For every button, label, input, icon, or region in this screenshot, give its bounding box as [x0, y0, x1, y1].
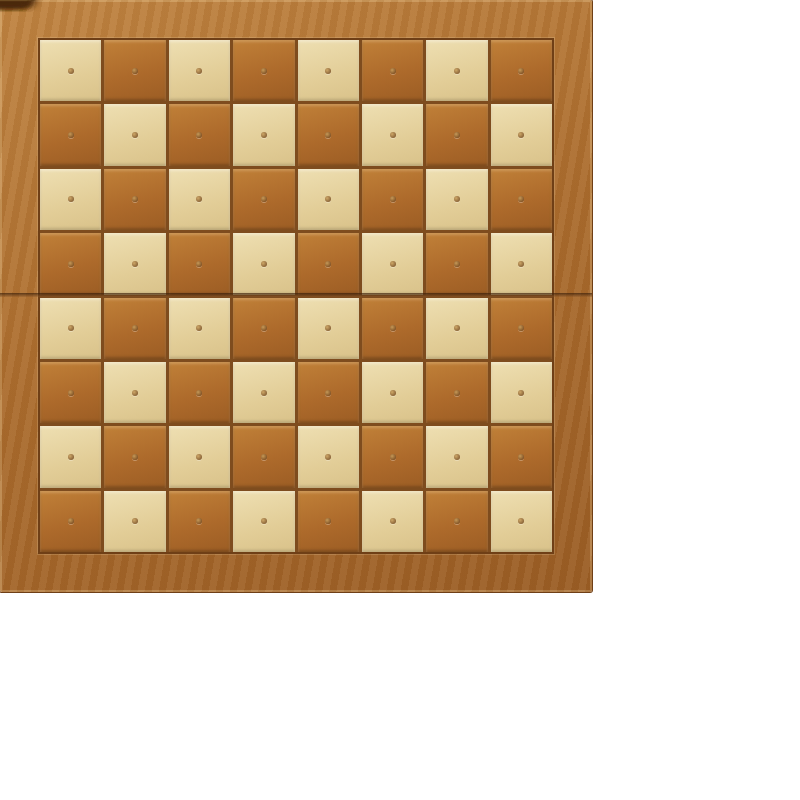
square-f4 [362, 298, 423, 359]
square-h3 [491, 362, 552, 423]
square-f1 [362, 491, 423, 552]
square-center-dot [454, 68, 460, 74]
square-center-dot [196, 132, 202, 138]
square-center-dot [132, 390, 138, 396]
square-c2 [169, 426, 230, 487]
square-center-dot [261, 68, 267, 74]
square-c1 [169, 491, 230, 552]
square-center-dot [196, 261, 202, 267]
square-center-dot [390, 261, 396, 267]
square-a1 [40, 491, 101, 552]
square-center-dot [325, 325, 331, 331]
square-d1 [233, 491, 294, 552]
square-e3 [298, 362, 359, 423]
square-e7 [298, 104, 359, 165]
square-center-dot [390, 518, 396, 524]
square-a4 [40, 298, 101, 359]
chess-set-product-photo: ♜♞♝♛♚♝♞♜♟♟♟♟♟♟♟♟♟♟♟♟♟♟♟♟♜♞♝♛♚♝♞♜ [0, 0, 800, 800]
square-h7 [491, 104, 552, 165]
square-center-dot [454, 196, 460, 202]
square-a6 [40, 169, 101, 230]
hinge-seam [0, 293, 592, 297]
square-h2 [491, 426, 552, 487]
square-d5 [233, 233, 294, 294]
square-center-dot [261, 325, 267, 331]
square-center-dot [132, 196, 138, 202]
square-center-dot [196, 68, 202, 74]
square-c6 [169, 169, 230, 230]
square-a3 [40, 362, 101, 423]
square-center-dot [196, 518, 202, 524]
square-center-dot [196, 325, 202, 331]
square-center-dot [518, 261, 524, 267]
square-center-dot [325, 518, 331, 524]
square-center-dot [261, 261, 267, 267]
square-b3 [104, 362, 165, 423]
square-b1 [104, 491, 165, 552]
square-a5 [40, 233, 101, 294]
square-d4 [233, 298, 294, 359]
square-c7 [169, 104, 230, 165]
square-a7 [40, 104, 101, 165]
square-g7 [426, 104, 487, 165]
square-g6 [426, 169, 487, 230]
square-d6 [233, 169, 294, 230]
square-center-dot [68, 518, 74, 524]
square-g8 [426, 40, 487, 101]
square-f3 [362, 362, 423, 423]
square-b6 [104, 169, 165, 230]
square-center-dot [325, 390, 331, 396]
square-center-dot [196, 390, 202, 396]
square-d7 [233, 104, 294, 165]
square-center-dot [325, 454, 331, 460]
square-center-dot [325, 132, 331, 138]
square-center-dot [518, 68, 524, 74]
square-center-dot [132, 454, 138, 460]
square-center-dot [196, 454, 202, 460]
square-f6 [362, 169, 423, 230]
square-b7 [104, 104, 165, 165]
square-g4 [426, 298, 487, 359]
square-center-dot [454, 454, 460, 460]
square-center-dot [261, 454, 267, 460]
square-c8 [169, 40, 230, 101]
square-h4 [491, 298, 552, 359]
square-center-dot [68, 390, 74, 396]
square-e5 [298, 233, 359, 294]
square-center-dot [390, 454, 396, 460]
square-h1 [491, 491, 552, 552]
square-g1 [426, 491, 487, 552]
square-center-dot [454, 390, 460, 396]
square-center-dot [68, 132, 74, 138]
square-b4 [104, 298, 165, 359]
square-center-dot [132, 325, 138, 331]
square-center-dot [261, 196, 267, 202]
square-center-dot [132, 68, 138, 74]
square-center-dot [132, 132, 138, 138]
square-center-dot [68, 325, 74, 331]
square-h8 [491, 40, 552, 101]
square-f2 [362, 426, 423, 487]
square-center-dot [518, 196, 524, 202]
square-e8 [298, 40, 359, 101]
square-center-dot [261, 518, 267, 524]
square-c5 [169, 233, 230, 294]
square-center-dot [325, 261, 331, 267]
square-d3 [233, 362, 294, 423]
square-center-dot [325, 68, 331, 74]
square-center-dot [132, 261, 138, 267]
square-c4 [169, 298, 230, 359]
square-center-dot [454, 325, 460, 331]
square-center-dot [390, 68, 396, 74]
square-center-dot [518, 325, 524, 331]
square-g2 [426, 426, 487, 487]
square-f8 [362, 40, 423, 101]
square-g5 [426, 233, 487, 294]
square-d8 [233, 40, 294, 101]
square-a2 [40, 426, 101, 487]
square-c3 [169, 362, 230, 423]
square-center-dot [390, 132, 396, 138]
square-h5 [491, 233, 552, 294]
square-f5 [362, 233, 423, 294]
square-center-dot [454, 132, 460, 138]
square-center-dot [518, 454, 524, 460]
square-b2 [104, 426, 165, 487]
square-center-dot [454, 518, 460, 524]
square-h6 [491, 169, 552, 230]
square-g3 [426, 362, 487, 423]
square-b5 [104, 233, 165, 294]
square-center-dot [261, 132, 267, 138]
square-center-dot [68, 68, 74, 74]
square-e6 [298, 169, 359, 230]
square-center-dot [68, 261, 74, 267]
square-center-dot [518, 132, 524, 138]
square-e1 [298, 491, 359, 552]
square-center-dot [132, 518, 138, 524]
square-e2 [298, 426, 359, 487]
square-center-dot [454, 261, 460, 267]
square-center-dot [390, 196, 396, 202]
square-f7 [362, 104, 423, 165]
square-d2 [233, 426, 294, 487]
square-center-dot [68, 454, 74, 460]
square-center-dot [390, 325, 396, 331]
square-center-dot [325, 196, 331, 202]
square-e4 [298, 298, 359, 359]
square-center-dot [196, 196, 202, 202]
square-center-dot [390, 390, 396, 396]
square-center-dot [518, 390, 524, 396]
square-b8 [104, 40, 165, 101]
square-a8 [40, 40, 101, 101]
square-center-dot [68, 196, 74, 202]
chess-board [0, 0, 592, 592]
square-center-dot [261, 390, 267, 396]
square-center-dot [518, 518, 524, 524]
